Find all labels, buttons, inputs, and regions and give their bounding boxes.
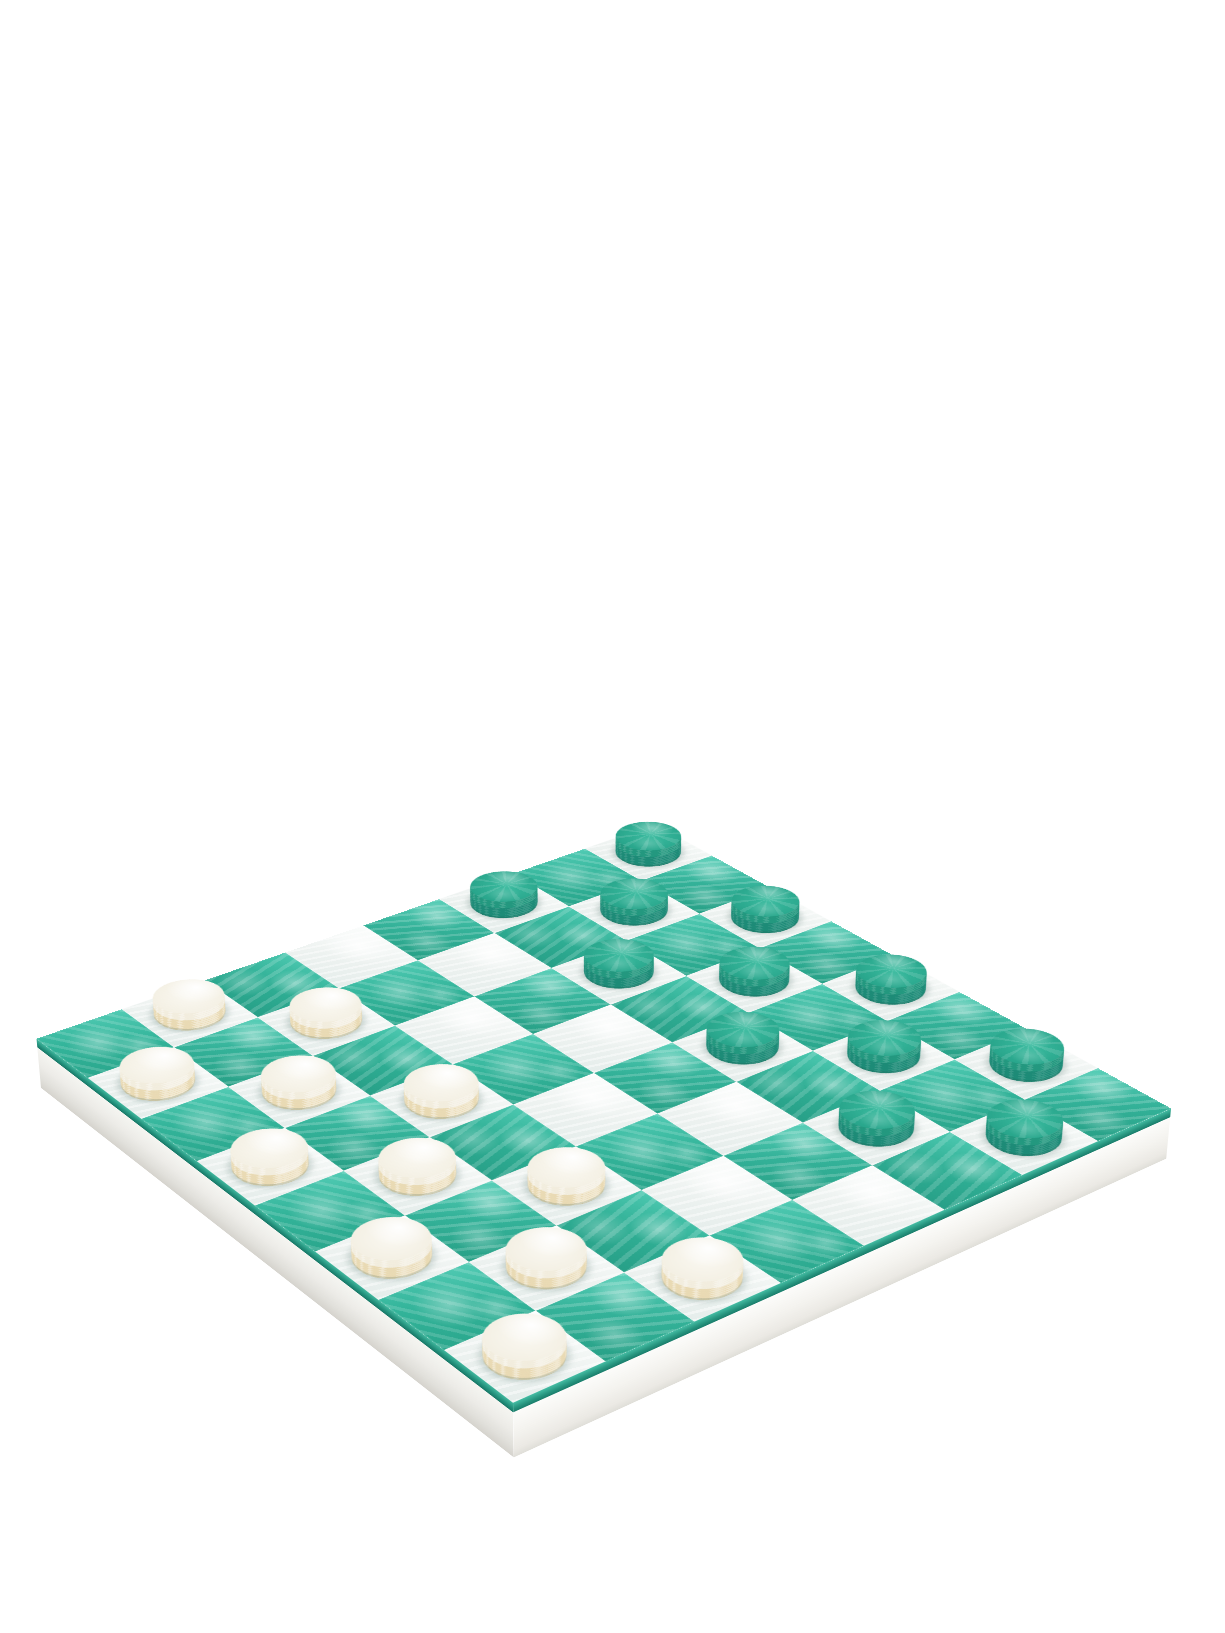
white-checker[interactable] bbox=[248, 1066, 350, 1118]
white-checker[interactable] bbox=[277, 998, 376, 1046]
green-checker[interactable] bbox=[975, 1039, 1078, 1090]
green-checker[interactable] bbox=[833, 1030, 935, 1080]
checkers-board bbox=[37, 824, 1172, 1402]
product-photo bbox=[0, 0, 1225, 1633]
board-grid bbox=[37, 824, 1172, 1402]
green-checker[interactable] bbox=[823, 1101, 929, 1155]
white-checker[interactable] bbox=[513, 1157, 621, 1214]
